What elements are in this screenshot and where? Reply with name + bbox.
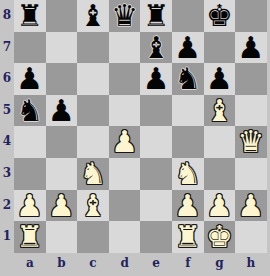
square-h6[interactable] [235, 63, 267, 95]
white-pawn-piece[interactable]: ♟ [14, 190, 46, 222]
white-rook-piece[interactable]: ♜ [14, 221, 46, 253]
black-pawn-piece[interactable]: ♟ [204, 63, 236, 95]
black-pawn-piece[interactable]: ♟ [14, 63, 46, 95]
square-f7[interactable]: ♟ [172, 32, 204, 64]
square-a3[interactable] [14, 158, 46, 190]
file-label-b: b [46, 253, 78, 276]
square-d2[interactable] [109, 190, 141, 222]
file-label-a: a [14, 253, 46, 276]
square-e6[interactable]: ♟ [140, 63, 172, 95]
white-knight-piece[interactable]: ♞ [172, 158, 204, 190]
white-bishop-piece[interactable]: ♝ [204, 95, 236, 127]
square-c5[interactable] [77, 95, 109, 127]
square-c1[interactable] [77, 221, 109, 253]
square-c6[interactable] [77, 63, 109, 95]
square-e5[interactable] [140, 95, 172, 127]
chess-board[interactable]: ♜♝♛♜♚♝♟♟♟♟♞♟♞♟♝♟♛♞♞♟♟♝♟♟♟♜♜♚ [14, 0, 267, 253]
square-h1[interactable] [235, 221, 267, 253]
rank-label-1: 1 [0, 221, 14, 253]
square-e7[interactable]: ♝ [140, 32, 172, 64]
file-labels: abcdefgh [14, 253, 267, 276]
square-e1[interactable] [140, 221, 172, 253]
square-h5[interactable] [235, 95, 267, 127]
rank-label-3: 3 [0, 158, 14, 190]
file-label-e: e [140, 253, 172, 276]
black-pawn-piece[interactable]: ♟ [235, 32, 267, 64]
white-knight-piece[interactable]: ♞ [77, 158, 109, 190]
square-e2[interactable] [140, 190, 172, 222]
square-e4[interactable] [140, 126, 172, 158]
black-bishop-piece[interactable]: ♝ [77, 0, 109, 32]
white-queen-piece[interactable]: ♛ [235, 126, 267, 158]
square-f5[interactable] [172, 95, 204, 127]
square-f4[interactable] [172, 126, 204, 158]
square-h4[interactable]: ♛ [235, 126, 267, 158]
black-knight-piece[interactable]: ♞ [14, 95, 46, 127]
square-d8[interactable]: ♛ [109, 0, 141, 32]
square-b8[interactable] [46, 0, 78, 32]
square-d1[interactable] [109, 221, 141, 253]
square-f6[interactable]: ♞ [172, 63, 204, 95]
square-c4[interactable] [77, 126, 109, 158]
black-rook-piece[interactable]: ♜ [14, 0, 46, 32]
square-a2[interactable]: ♟ [14, 190, 46, 222]
square-h7[interactable]: ♟ [235, 32, 267, 64]
white-pawn-piece[interactable]: ♟ [109, 126, 141, 158]
white-pawn-piece[interactable]: ♟ [46, 190, 78, 222]
black-knight-piece[interactable]: ♞ [172, 63, 204, 95]
rank-label-2: 2 [0, 190, 14, 222]
rank-label-4: 4 [0, 126, 14, 158]
square-e3[interactable] [140, 158, 172, 190]
white-bishop-piece[interactable]: ♝ [77, 190, 109, 222]
square-b3[interactable] [46, 158, 78, 190]
square-a5[interactable]: ♞ [14, 95, 46, 127]
rank-label-5: 5 [0, 95, 14, 127]
square-g6[interactable]: ♟ [204, 63, 236, 95]
square-b7[interactable] [46, 32, 78, 64]
square-g5[interactable]: ♝ [204, 95, 236, 127]
file-label-h: h [235, 253, 267, 276]
rank-label-8: 8 [0, 0, 14, 32]
square-b2[interactable]: ♟ [46, 190, 78, 222]
square-g4[interactable] [204, 126, 236, 158]
square-g8[interactable]: ♚ [204, 0, 236, 32]
square-g1[interactable]: ♚ [204, 221, 236, 253]
square-f3[interactable]: ♞ [172, 158, 204, 190]
square-b1[interactable] [46, 221, 78, 253]
square-d5[interactable] [109, 95, 141, 127]
white-king-piece[interactable]: ♚ [204, 221, 236, 253]
square-h3[interactable] [235, 158, 267, 190]
square-a7[interactable] [14, 32, 46, 64]
black-pawn-piece[interactable]: ♟ [46, 95, 78, 127]
white-rook-piece[interactable]: ♜ [172, 221, 204, 253]
square-g7[interactable] [204, 32, 236, 64]
square-d4[interactable]: ♟ [109, 126, 141, 158]
white-pawn-piece[interactable]: ♟ [235, 190, 267, 222]
black-pawn-piece[interactable]: ♟ [140, 63, 172, 95]
file-label-f: f [172, 253, 204, 276]
file-label-c: c [77, 253, 109, 276]
square-b5[interactable]: ♟ [46, 95, 78, 127]
black-king-piece[interactable]: ♚ [204, 0, 236, 32]
square-h8[interactable] [235, 0, 267, 32]
square-f2[interactable]: ♟ [172, 190, 204, 222]
square-f8[interactable] [172, 0, 204, 32]
square-a4[interactable] [14, 126, 46, 158]
square-c8[interactable]: ♝ [77, 0, 109, 32]
square-e8[interactable]: ♜ [140, 0, 172, 32]
square-a1[interactable]: ♜ [14, 221, 46, 253]
square-h2[interactable]: ♟ [235, 190, 267, 222]
square-a6[interactable]: ♟ [14, 63, 46, 95]
file-label-g: g [204, 253, 236, 276]
square-c7[interactable] [77, 32, 109, 64]
black-rook-piece[interactable]: ♜ [140, 0, 172, 32]
black-bishop-piece[interactable]: ♝ [140, 32, 172, 64]
rank-labels: 87654321 [0, 0, 14, 253]
square-d6[interactable] [109, 63, 141, 95]
square-d7[interactable] [109, 32, 141, 64]
rank-label-7: 7 [0, 32, 14, 64]
white-pawn-piece[interactable]: ♟ [172, 190, 204, 222]
white-pawn-piece[interactable]: ♟ [204, 190, 236, 222]
file-label-d: d [109, 253, 141, 276]
square-f1[interactable]: ♜ [172, 221, 204, 253]
square-d3[interactable] [109, 158, 141, 190]
black-pawn-piece[interactable]: ♟ [172, 32, 204, 64]
square-c3[interactable]: ♞ [77, 158, 109, 190]
chess-diagram: 87654321 ♜♝♛♜♚♝♟♟♟♟♞♟♞♟♝♟♛♞♞♟♟♝♟♟♟♜♜♚ ab… [0, 0, 270, 276]
black-queen-piece[interactable]: ♛ [109, 0, 141, 32]
square-g2[interactable]: ♟ [204, 190, 236, 222]
square-b6[interactable] [46, 63, 78, 95]
square-c2[interactable]: ♝ [77, 190, 109, 222]
square-a8[interactable]: ♜ [14, 0, 46, 32]
square-g3[interactable] [204, 158, 236, 190]
rank-label-6: 6 [0, 63, 14, 95]
square-b4[interactable] [46, 126, 78, 158]
